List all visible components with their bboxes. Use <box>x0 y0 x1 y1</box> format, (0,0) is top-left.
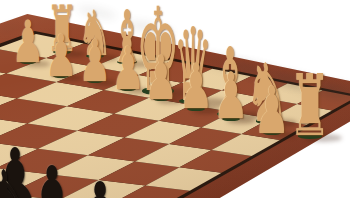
piece-shadow <box>192 108 219 114</box>
piece-shadow <box>227 118 255 124</box>
piece-shadow <box>91 55 118 61</box>
black-pawn-1: ♟ <box>0 137 42 198</box>
cast-shadow <box>77 3 118 20</box>
white-rook-far: ♜ <box>46 0 78 62</box>
felt-base <box>153 97 170 101</box>
felt-base <box>53 74 69 78</box>
felt-base <box>117 60 137 65</box>
white-pawn-4: ♟ <box>111 39 144 99</box>
piece-shadow <box>58 75 83 80</box>
cast-shadow <box>322 79 350 106</box>
felt-base <box>298 133 321 138</box>
felt-base <box>187 107 204 111</box>
piece-shadow <box>125 88 151 94</box>
chess-set-product-photo: ♜♞♝♟♟♟♟♚♟♛♟♝♟♞♟♜♟♟♞♟ Low-angle product p… <box>0 0 350 198</box>
felt-base <box>20 60 36 64</box>
white-pawn-7: ♟ <box>213 65 249 129</box>
felt-base <box>87 79 103 83</box>
white-knight-near: ♞ <box>245 53 290 134</box>
piece-shadow <box>305 134 342 142</box>
white-rook-near: ♜ <box>289 64 331 149</box>
felt-base <box>179 98 207 105</box>
piece-shadow <box>123 61 154 68</box>
piece-shadow <box>92 80 117 85</box>
black-pawn-3: ♟ <box>68 169 132 198</box>
white-bishop-far: ♝ <box>110 1 144 73</box>
white-pawn-8: ♟ <box>254 78 290 143</box>
black-pawn-2: ♟ <box>22 154 83 198</box>
white-queen: ♛ <box>173 15 212 116</box>
felt-base <box>256 118 278 123</box>
pieces-layer: ♜♞♝♟♟♟♟♚♟♛♟♝♟♞♟♜♟♟♞♟ <box>0 0 350 198</box>
white-pawn-5: ♟ <box>144 47 178 108</box>
piece-shadow <box>262 119 297 127</box>
piece-shadow <box>58 51 86 57</box>
felt-base <box>217 111 242 117</box>
cast-shadow <box>271 67 348 104</box>
white-pawn-2: ♟ <box>45 27 77 85</box>
piece-shadow <box>268 132 296 138</box>
white-king: ♚ <box>136 0 179 108</box>
cast-shadow <box>194 49 261 79</box>
black-knight-partial: ♞ <box>0 157 40 198</box>
felt-base <box>86 54 103 58</box>
white-bishop-near: ♝ <box>209 36 250 128</box>
white-pawn-3: ♟ <box>79 32 111 90</box>
white-knight-far: ♞ <box>78 3 113 66</box>
cast-shadow <box>125 18 174 38</box>
white-pawn-1: ♟ <box>12 13 44 71</box>
piece-shadow <box>151 88 201 99</box>
cast-shadow <box>0 21 22 35</box>
piece-shadow <box>25 61 50 66</box>
cast-shadow <box>231 56 306 91</box>
felt-base <box>142 87 174 94</box>
felt-base <box>222 117 239 121</box>
piece-shadow <box>157 98 183 104</box>
felt-base <box>53 50 70 54</box>
felt-base <box>263 131 281 135</box>
piece-shadow <box>225 112 265 121</box>
felt-base <box>120 87 136 91</box>
piece-shadow <box>187 98 231 107</box>
white-pawn-6: ♟ <box>179 56 214 119</box>
